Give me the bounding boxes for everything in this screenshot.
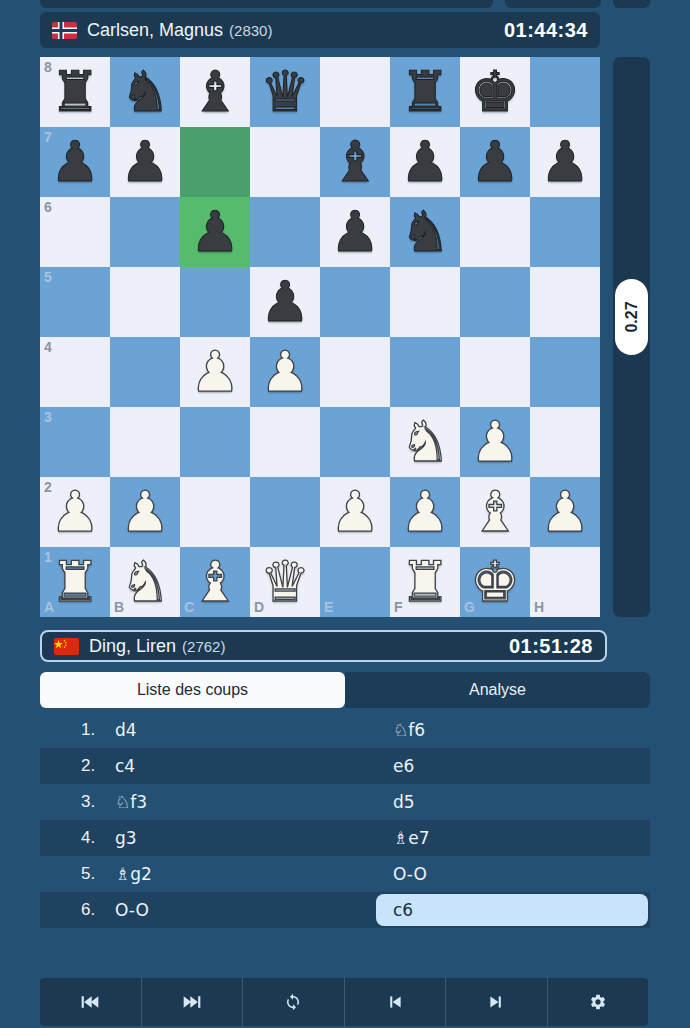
evaluation-value: 0.27 bbox=[622, 301, 640, 332]
skip-to-last-icon bbox=[182, 994, 202, 1010]
white-pawn[interactable]: ♟ bbox=[50, 484, 100, 540]
square-f1[interactable]: ♜F bbox=[390, 547, 460, 617]
black-move-current[interactable]: c6 bbox=[376, 894, 648, 926]
square-b5[interactable] bbox=[110, 267, 180, 337]
file-label-A: A bbox=[44, 600, 54, 614]
square-c4[interactable]: ♟ bbox=[180, 337, 250, 407]
move-list: 1.d4♘f62.c4e63.♘f3d54.g3♗e75.♗g2O-O6.O-O… bbox=[40, 712, 650, 928]
white-rook[interactable]: ♜ bbox=[50, 554, 100, 610]
white-bishop[interactable]: ♝ bbox=[470, 484, 520, 540]
cutoff-header-element bbox=[505, 0, 601, 8]
player-clock: 01:51:28 bbox=[509, 635, 593, 658]
square-a3[interactable]: 3 bbox=[40, 407, 110, 477]
square-d6[interactable] bbox=[250, 197, 320, 267]
refresh-icon bbox=[284, 993, 302, 1011]
square-d1[interactable]: ♛D bbox=[250, 547, 320, 617]
white-move[interactable]: ♘f3 bbox=[115, 792, 393, 812]
settings-gear-icon bbox=[589, 993, 607, 1011]
square-g3[interactable]: ♟ bbox=[460, 407, 530, 477]
square-f5[interactable] bbox=[390, 267, 460, 337]
rank-label-4: 4 bbox=[44, 340, 52, 354]
move-number: 3. bbox=[81, 792, 115, 812]
square-d8[interactable]: ♛ bbox=[250, 57, 320, 127]
white-move[interactable]: g3 bbox=[115, 828, 393, 848]
square-d4[interactable]: ♟ bbox=[250, 337, 320, 407]
square-b4[interactable] bbox=[110, 337, 180, 407]
black-bishop[interactable]: ♝ bbox=[330, 134, 380, 190]
move-number: 2. bbox=[81, 756, 115, 776]
black-pawn[interactable]: ♟ bbox=[120, 134, 170, 190]
tab-move-list[interactable]: Liste des coups bbox=[40, 672, 345, 708]
rank-label-6: 6 bbox=[44, 200, 52, 214]
white-pawn[interactable]: ♟ bbox=[470, 414, 520, 470]
square-g5[interactable] bbox=[460, 267, 530, 337]
player-name: Ding, Liren bbox=[89, 636, 176, 657]
square-g7[interactable]: ♟ bbox=[460, 127, 530, 197]
square-a1[interactable]: ♜1A bbox=[40, 547, 110, 617]
black-move[interactable]: ♘f6 bbox=[393, 714, 648, 746]
square-a2[interactable]: ♟2 bbox=[40, 477, 110, 547]
square-g6[interactable] bbox=[460, 197, 530, 267]
square-a5[interactable]: 5 bbox=[40, 267, 110, 337]
black-knight[interactable]: ♞ bbox=[400, 204, 450, 260]
square-a4[interactable]: 4 bbox=[40, 337, 110, 407]
square-e3[interactable] bbox=[320, 407, 390, 477]
file-label-B: B bbox=[114, 600, 124, 614]
square-d5[interactable]: ♟ bbox=[250, 267, 320, 337]
evaluation-bar: 0.27 bbox=[613, 57, 650, 617]
square-c8[interactable]: ♝ bbox=[180, 57, 250, 127]
white-bishop[interactable]: ♝ bbox=[190, 554, 240, 610]
white-move[interactable]: d4 bbox=[115, 720, 393, 740]
white-pawn[interactable]: ♟ bbox=[260, 344, 310, 400]
next-move-icon bbox=[488, 994, 504, 1010]
white-pawn[interactable]: ♟ bbox=[120, 484, 170, 540]
square-b1[interactable]: ♞B bbox=[110, 547, 180, 617]
white-queen[interactable]: ♛ bbox=[260, 554, 310, 610]
black-pawn[interactable]: ♟ bbox=[330, 204, 380, 260]
square-f6[interactable]: ♞ bbox=[390, 197, 460, 267]
previous-move-icon bbox=[387, 994, 403, 1010]
white-king[interactable]: ♚ bbox=[470, 554, 520, 610]
black-knight[interactable]: ♞ bbox=[120, 64, 170, 120]
square-c2[interactable] bbox=[180, 477, 250, 547]
white-move[interactable]: ♗g2 bbox=[115, 864, 393, 884]
square-d3[interactable] bbox=[250, 407, 320, 477]
black-king[interactable]: ♚ bbox=[470, 64, 520, 120]
cutoff-header-element bbox=[40, 0, 493, 8]
square-d2[interactable] bbox=[250, 477, 320, 547]
square-e2[interactable]: ♟ bbox=[320, 477, 390, 547]
square-g2[interactable]: ♝ bbox=[460, 477, 530, 547]
skip-to-first-icon bbox=[80, 994, 100, 1010]
norway-flag-icon bbox=[52, 22, 77, 39]
move-row-5: 5.♗g2O-O bbox=[40, 856, 650, 892]
white-move[interactable]: c4 bbox=[115, 756, 393, 776]
tab-analysis[interactable]: Analyse bbox=[345, 672, 650, 708]
rank-label-2: 2 bbox=[44, 480, 52, 494]
square-f2[interactable]: ♟ bbox=[390, 477, 460, 547]
white-pawn[interactable]: ♟ bbox=[330, 484, 380, 540]
move-row-4: 4.g3♗e7 bbox=[40, 820, 650, 856]
file-label-F: F bbox=[394, 600, 403, 614]
square-d7[interactable] bbox=[250, 127, 320, 197]
cutoff-header-element bbox=[613, 0, 650, 8]
move-number: 4. bbox=[81, 828, 115, 848]
move-row-2: 2.c4e6 bbox=[40, 748, 650, 784]
black-move[interactable]: e6 bbox=[393, 750, 648, 782]
white-knight[interactable]: ♞ bbox=[400, 414, 450, 470]
square-g4[interactable] bbox=[460, 337, 530, 407]
player-name: Carlsen, Magnus bbox=[87, 20, 223, 41]
next-move-button[interactable] bbox=[445, 978, 547, 1026]
black-queen[interactable]: ♛ bbox=[260, 64, 310, 120]
square-a7[interactable]: ♟7 bbox=[40, 127, 110, 197]
square-f7[interactable]: ♟ bbox=[390, 127, 460, 197]
black-pawn[interactable]: ♟ bbox=[540, 134, 590, 190]
tab-bar: Liste des coups Analyse bbox=[40, 672, 650, 708]
black-pawn[interactable]: ♟ bbox=[190, 204, 240, 260]
black-move[interactable]: d5 bbox=[393, 786, 648, 818]
evaluation-pill: 0.27 bbox=[615, 279, 648, 355]
previous-move-button[interactable] bbox=[344, 978, 446, 1026]
square-h1[interactable]: H bbox=[530, 547, 600, 617]
rank-label-5: 5 bbox=[44, 270, 52, 284]
china-flag-icon bbox=[54, 638, 79, 655]
square-b6[interactable] bbox=[110, 197, 180, 267]
square-h5[interactable] bbox=[530, 267, 600, 337]
square-c7[interactable] bbox=[180, 127, 250, 197]
player-rating: (2830) bbox=[229, 22, 272, 39]
white-move[interactable]: O-O bbox=[115, 900, 393, 920]
chess-board[interactable]: ♜8♞♝♛♜♚♟7♟♝♟♟♟6♟♟♞5♟4♟♟3♞♟♟2♟♟♟♝♟♜1A♞B♝C… bbox=[40, 57, 600, 617]
black-pawn[interactable]: ♟ bbox=[470, 134, 520, 190]
white-pawn[interactable]: ♟ bbox=[540, 484, 590, 540]
move-row-6: 6.O-Oc6 bbox=[40, 892, 650, 928]
square-e4[interactable] bbox=[320, 337, 390, 407]
move-number: 1. bbox=[81, 720, 115, 740]
square-h2[interactable]: ♟ bbox=[530, 477, 600, 547]
chess-broadcast-app: { "game": "chess", "position": { "fen": … bbox=[0, 0, 690, 1028]
square-g1[interactable]: ♚G bbox=[460, 547, 530, 617]
move-number: 6. bbox=[81, 900, 115, 920]
skip-to-last-button[interactable] bbox=[141, 978, 243, 1026]
skip-to-first-button[interactable] bbox=[40, 978, 141, 1026]
file-label-D: D bbox=[254, 600, 264, 614]
black-rook[interactable]: ♜ bbox=[50, 64, 100, 120]
square-g8[interactable]: ♚ bbox=[460, 57, 530, 127]
file-label-G: G bbox=[464, 600, 475, 614]
navigation-toolbar bbox=[40, 978, 648, 1026]
square-b2[interactable]: ♟ bbox=[110, 477, 180, 547]
move-row-3: 3.♘f3d5 bbox=[40, 784, 650, 820]
file-label-E: E bbox=[324, 600, 333, 614]
player-bar-black: Carlsen, Magnus (2830) 01:44:34 bbox=[40, 12, 600, 48]
black-pawn[interactable]: ♟ bbox=[260, 274, 310, 330]
square-f3[interactable]: ♞ bbox=[390, 407, 460, 477]
black-rook[interactable]: ♜ bbox=[400, 64, 450, 120]
player-clock: 01:44:34 bbox=[504, 19, 588, 42]
settings-button[interactable] bbox=[547, 978, 649, 1026]
rank-label-7: 7 bbox=[44, 130, 52, 144]
square-c6[interactable]: ♟ bbox=[180, 197, 250, 267]
file-label-H: H bbox=[534, 600, 544, 614]
black-move[interactable]: ♗e7 bbox=[393, 822, 648, 854]
square-a8[interactable]: ♜8 bbox=[40, 57, 110, 127]
square-c1[interactable]: ♝C bbox=[180, 547, 250, 617]
square-c5[interactable] bbox=[180, 267, 250, 337]
refresh-button[interactable] bbox=[242, 978, 344, 1026]
move-row-1: 1.d4♘f6 bbox=[40, 712, 650, 748]
square-b7[interactable]: ♟ bbox=[110, 127, 180, 197]
square-e1[interactable]: E bbox=[320, 547, 390, 617]
square-e5[interactable] bbox=[320, 267, 390, 337]
square-e7[interactable]: ♝ bbox=[320, 127, 390, 197]
square-f8[interactable]: ♜ bbox=[390, 57, 460, 127]
move-number: 5. bbox=[81, 864, 115, 884]
square-c3[interactable] bbox=[180, 407, 250, 477]
square-h3[interactable] bbox=[530, 407, 600, 477]
square-a6[interactable]: 6 bbox=[40, 197, 110, 267]
player-rating: (2762) bbox=[182, 638, 225, 655]
file-label-C: C bbox=[184, 600, 194, 614]
player-bar-white: Ding, Liren (2762) 01:51:28 bbox=[40, 630, 607, 662]
square-h6[interactable] bbox=[530, 197, 600, 267]
square-h8[interactable] bbox=[530, 57, 600, 127]
rank-label-3: 3 bbox=[44, 410, 52, 424]
white-pawn[interactable]: ♟ bbox=[400, 484, 450, 540]
black-bishop[interactable]: ♝ bbox=[190, 64, 240, 120]
white-pawn[interactable]: ♟ bbox=[190, 344, 240, 400]
white-knight[interactable]: ♞ bbox=[120, 554, 170, 610]
square-e6[interactable]: ♟ bbox=[320, 197, 390, 267]
black-pawn[interactable]: ♟ bbox=[400, 134, 450, 190]
square-h4[interactable] bbox=[530, 337, 600, 407]
square-f4[interactable] bbox=[390, 337, 460, 407]
white-rook[interactable]: ♜ bbox=[400, 554, 450, 610]
black-pawn[interactable]: ♟ bbox=[50, 134, 100, 190]
black-move[interactable]: O-O bbox=[393, 858, 648, 890]
square-e8[interactable] bbox=[320, 57, 390, 127]
square-h7[interactable]: ♟ bbox=[530, 127, 600, 197]
rank-label-1: 1 bbox=[44, 550, 52, 564]
square-b8[interactable]: ♞ bbox=[110, 57, 180, 127]
rank-label-8: 8 bbox=[44, 60, 52, 74]
square-b3[interactable] bbox=[110, 407, 180, 477]
